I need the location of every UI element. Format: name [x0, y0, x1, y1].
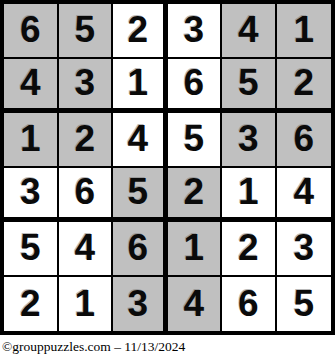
- sudoku-cell-r2c3: 1: [113, 59, 168, 114]
- sudoku-cell-r6c6: 5: [277, 277, 332, 332]
- sudoku-cell-r6c4: 4: [168, 277, 223, 332]
- sudoku-cell-r2c6: 2: [277, 59, 332, 114]
- sudoku-cell-r5c4: 1: [168, 222, 223, 277]
- sudoku-cell-r1c1: 6: [4, 4, 59, 59]
- sudoku-cell-r5c3: 6: [113, 222, 168, 277]
- sudoku-cell-r1c5: 4: [222, 4, 277, 59]
- sudoku-cell-r6c1: 2: [4, 277, 59, 332]
- sudoku-cell-r5c2: 4: [59, 222, 114, 277]
- sudoku-cell-r2c1: 4: [4, 59, 59, 114]
- sudoku-cell-r4c2: 6: [59, 168, 114, 223]
- sudoku-cell-r6c3: 3: [113, 277, 168, 332]
- sudoku-cell-r1c2: 5: [59, 4, 114, 59]
- sudoku-cell-r2c2: 3: [59, 59, 114, 114]
- sudoku-cell-r3c2: 2: [59, 113, 114, 168]
- sudoku-cell-r5c1: 5: [4, 222, 59, 277]
- sudoku-cell-r1c6: 1: [277, 4, 332, 59]
- sudoku-cell-r1c4: 3: [168, 4, 223, 59]
- sudoku-cell-r1c3: 2: [113, 4, 168, 59]
- sudoku-cell-r4c4: 2: [168, 168, 223, 223]
- sudoku-cell-r3c5: 3: [222, 113, 277, 168]
- puzzle-image: 652341431652124536365214546123213465 ©gr…: [0, 0, 335, 357]
- sudoku-cell-r5c6: 3: [277, 222, 332, 277]
- sudoku-cell-r3c1: 1: [4, 113, 59, 168]
- sudoku-cell-r5c5: 2: [222, 222, 277, 277]
- sudoku-cell-r6c5: 6: [222, 277, 277, 332]
- sudoku-cell-r2c5: 5: [222, 59, 277, 114]
- sudoku-cell-r3c6: 6: [277, 113, 332, 168]
- sudoku-cell-r3c3: 4: [113, 113, 168, 168]
- sudoku-cell-r4c5: 1: [222, 168, 277, 223]
- sudoku-cell-r4c3: 5: [113, 168, 168, 223]
- sudoku-cell-r2c4: 6: [168, 59, 223, 114]
- copyright-credit: ©grouppuzzles.com – 11/13/2024: [0, 335, 335, 355]
- sudoku-cell-r4c6: 4: [277, 168, 332, 223]
- sudoku-cell-r6c2: 1: [59, 277, 114, 332]
- sudoku-cell-r3c4: 5: [168, 113, 223, 168]
- sudoku-cell-r4c1: 3: [4, 168, 59, 223]
- sudoku-board: 652341431652124536365214546123213465: [0, 0, 335, 335]
